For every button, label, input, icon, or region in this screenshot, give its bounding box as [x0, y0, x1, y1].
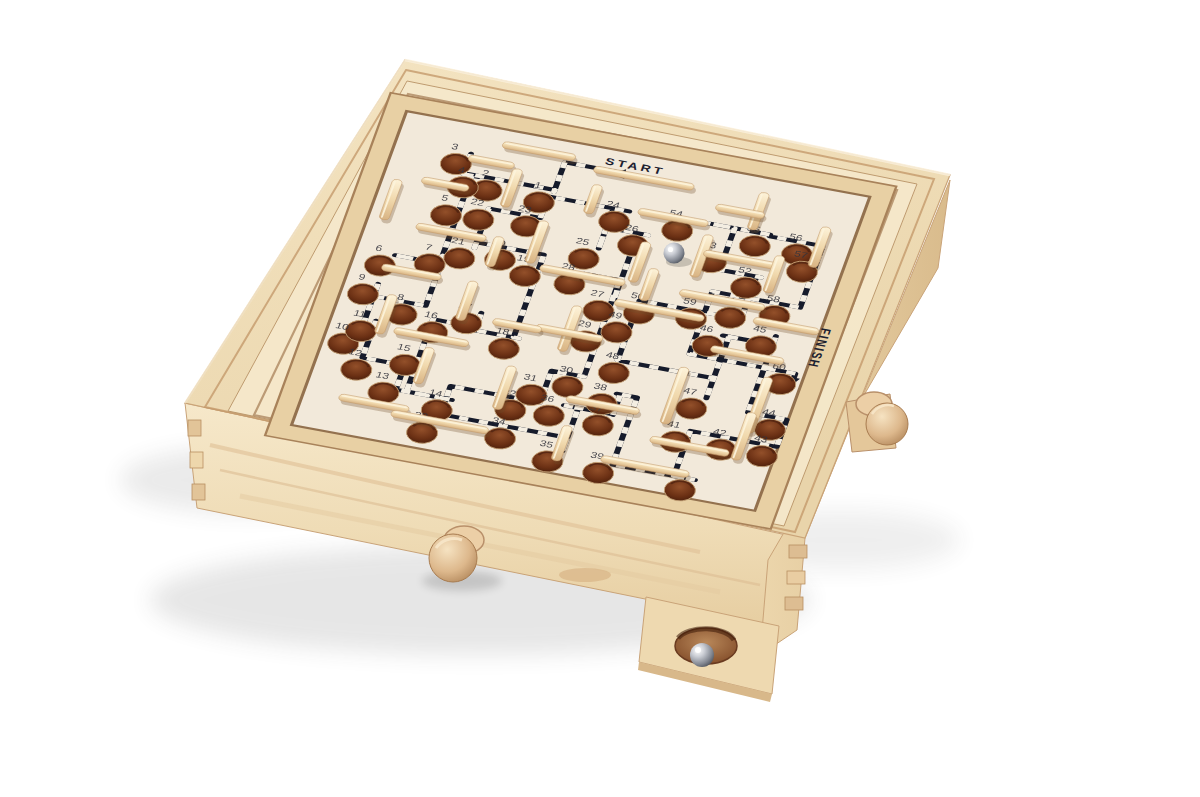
wood-knot [559, 568, 611, 582]
labyrinth-scene: Wooden Labyrinth — tilting steel-ball ma… [0, 0, 1200, 797]
right-tilt-knob[interactable] [846, 392, 908, 452]
labyrinth-game-photo: Wooden Labyrinth — tilting steel-ball ma… [0, 0, 1200, 797]
steel-ball [664, 243, 685, 264]
tray-steel-ball [690, 643, 714, 667]
